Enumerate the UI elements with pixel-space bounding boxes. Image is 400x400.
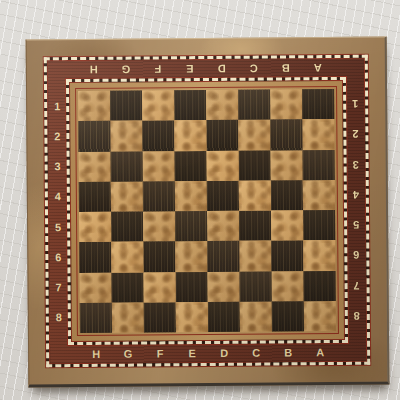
square-a6[interactable] — [303, 240, 335, 271]
square-c8[interactable] — [240, 301, 272, 332]
board-grid — [78, 89, 336, 333]
square-a8[interactable] — [304, 301, 336, 332]
file-label: A — [304, 344, 336, 360]
square-h3[interactable] — [79, 151, 111, 182]
file-label: C — [240, 344, 272, 360]
square-f2[interactable] — [142, 121, 174, 152]
square-b1[interactable] — [270, 89, 302, 120]
square-e5[interactable] — [175, 211, 207, 242]
square-e2[interactable] — [174, 120, 206, 151]
rank-label: 3 — [348, 149, 364, 179]
square-f6[interactable] — [143, 242, 175, 273]
square-e7[interactable] — [175, 272, 207, 303]
square-e8[interactable] — [176, 302, 208, 333]
square-e6[interactable] — [175, 241, 207, 272]
rank-label: 8 — [51, 303, 67, 333]
rank-label: 5 — [348, 210, 364, 240]
square-d6[interactable] — [207, 241, 239, 272]
table-surface: HGFEDCBA HGFEDCBA 12345678 12345678 — [0, 0, 400, 400]
square-g5[interactable] — [111, 212, 143, 243]
square-d5[interactable] — [207, 211, 239, 242]
square-b8[interactable] — [272, 301, 304, 332]
file-label: E — [176, 345, 208, 361]
file-labels-top: HGFEDCBA — [78, 60, 334, 78]
square-a2[interactable] — [302, 119, 334, 150]
square-f7[interactable] — [143, 272, 175, 303]
rank-label: 4 — [50, 182, 66, 212]
square-g6[interactable] — [111, 242, 143, 273]
square-b5[interactable] — [271, 210, 303, 241]
square-g3[interactable] — [111, 151, 143, 182]
square-f3[interactable] — [143, 151, 175, 182]
square-h5[interactable] — [79, 212, 111, 243]
square-c4[interactable] — [239, 180, 271, 211]
file-label: G — [110, 62, 142, 78]
square-d4[interactable] — [207, 181, 239, 212]
square-g1[interactable] — [110, 91, 142, 122]
square-a4[interactable] — [303, 180, 335, 211]
file-label: A — [302, 60, 334, 76]
square-b6[interactable] — [271, 240, 303, 271]
file-label: H — [80, 346, 112, 362]
square-d8[interactable] — [208, 301, 240, 332]
rank-label: 4 — [348, 180, 364, 210]
square-f8[interactable] — [144, 302, 176, 333]
rank-labels-right: 12345678 — [347, 89, 365, 331]
square-d1[interactable] — [206, 90, 238, 121]
rank-label: 1 — [347, 89, 363, 119]
file-label: F — [142, 61, 174, 77]
file-label: D — [206, 61, 238, 77]
square-d2[interactable] — [206, 120, 238, 151]
square-f1[interactable] — [142, 90, 174, 121]
square-f4[interactable] — [143, 181, 175, 212]
rank-label: 3 — [50, 152, 66, 182]
square-b2[interactable] — [270, 120, 302, 151]
square-a7[interactable] — [303, 270, 335, 301]
file-label: D — [208, 345, 240, 361]
rank-label: 8 — [349, 301, 365, 331]
square-g4[interactable] — [111, 181, 143, 212]
rank-labels-left: 12345678 — [49, 91, 67, 333]
file-label: H — [78, 62, 110, 78]
square-d3[interactable] — [207, 150, 239, 181]
square-e3[interactable] — [175, 151, 207, 182]
square-h6[interactable] — [79, 242, 111, 273]
file-label: B — [272, 344, 304, 360]
square-c2[interactable] — [238, 120, 270, 151]
square-c3[interactable] — [239, 150, 271, 181]
rank-label: 6 — [50, 242, 66, 272]
rank-label: 2 — [347, 119, 363, 149]
square-c5[interactable] — [239, 211, 271, 242]
rank-label: 1 — [49, 91, 65, 121]
file-label: E — [174, 61, 206, 77]
square-h2[interactable] — [78, 121, 110, 152]
square-g8[interactable] — [112, 302, 144, 333]
square-d7[interactable] — [207, 271, 239, 302]
square-a5[interactable] — [303, 210, 335, 241]
square-h7[interactable] — [79, 272, 111, 303]
file-label: F — [144, 345, 176, 361]
square-h8[interactable] — [80, 303, 112, 334]
square-e4[interactable] — [175, 181, 207, 212]
square-c6[interactable] — [239, 241, 271, 272]
square-b3[interactable] — [271, 150, 303, 181]
rank-label: 6 — [348, 240, 364, 270]
rank-label: 7 — [50, 273, 66, 303]
square-f5[interactable] — [143, 211, 175, 242]
square-e1[interactable] — [174, 90, 206, 121]
square-c7[interactable] — [239, 271, 271, 302]
square-b7[interactable] — [271, 271, 303, 302]
rank-label: 2 — [49, 121, 65, 151]
file-labels-bottom: HGFEDCBA — [80, 344, 336, 362]
square-h1[interactable] — [78, 91, 110, 122]
square-c1[interactable] — [238, 90, 270, 121]
rank-label: 5 — [50, 212, 66, 242]
chess-board: HGFEDCBA HGFEDCBA 12345678 12345678 — [26, 37, 390, 388]
square-a1[interactable] — [302, 89, 334, 120]
square-g7[interactable] — [111, 272, 143, 303]
square-h4[interactable] — [79, 182, 111, 213]
square-b4[interactable] — [271, 180, 303, 211]
file-label: G — [112, 346, 144, 362]
file-label: C — [238, 61, 270, 77]
square-a3[interactable] — [303, 150, 335, 181]
rank-label: 7 — [348, 270, 364, 300]
file-label: B — [270, 60, 302, 76]
square-g2[interactable] — [110, 121, 142, 152]
